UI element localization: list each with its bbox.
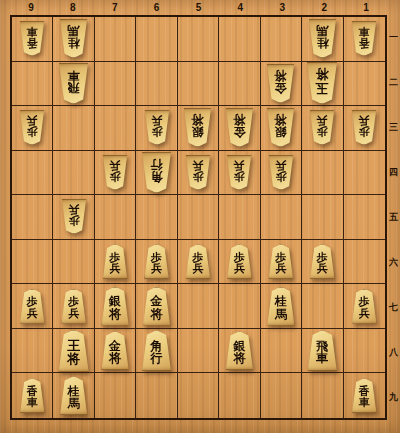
square-63[interactable]: 歩兵 <box>136 106 177 151</box>
square-12[interactable] <box>344 62 385 107</box>
square-23[interactable]: 歩兵 <box>302 106 343 151</box>
rank-label-9: 九 <box>387 375 400 420</box>
shogi-app: 987654321 一二三四五六七八九 香車桂馬桂馬香車飛車金将玉将歩兵歩兵銀将… <box>0 0 400 433</box>
gote-pawn-44[interactable]: 歩兵 <box>219 151 259 195</box>
square-29[interactable] <box>302 373 343 418</box>
koma-face: 歩兵 <box>185 155 211 190</box>
square-35[interactable] <box>261 195 302 240</box>
square-11[interactable]: 香車 <box>344 17 385 62</box>
square-56[interactable]: 歩兵 <box>178 240 219 285</box>
square-88[interactable]: 王将 <box>53 329 94 374</box>
gote-pawn-93[interactable]: 歩兵 <box>12 106 52 150</box>
koma-face: 金将 <box>101 331 130 370</box>
koma-face: 香車 <box>19 21 45 56</box>
square-57[interactable] <box>178 284 219 329</box>
koma-face: 歩兵 <box>309 110 335 145</box>
square-89[interactable]: 桂馬 <box>53 373 94 418</box>
square-77[interactable]: 銀将 <box>95 284 136 329</box>
square-59[interactable] <box>178 373 219 418</box>
gote-knight-81[interactable]: 桂馬 <box>53 17 93 61</box>
square-72[interactable] <box>95 62 136 107</box>
koma-face: 歩兵 <box>185 244 211 279</box>
koma-face: 歩兵 <box>351 289 377 324</box>
gote-pawn-23[interactable]: 歩兵 <box>302 106 342 150</box>
square-79[interactable] <box>95 373 136 418</box>
gote-king-22[interactable]: 玉将 <box>302 62 342 106</box>
koma-face: 香車 <box>351 378 377 413</box>
square-65[interactable] <box>136 195 177 240</box>
square-58[interactable] <box>178 329 219 374</box>
square-98[interactable] <box>12 329 53 374</box>
koma-face: 歩兵 <box>102 244 128 279</box>
gote-knight-21[interactable]: 桂馬 <box>302 17 342 61</box>
file-label-9: 9 <box>10 0 52 15</box>
square-52[interactable] <box>178 62 219 107</box>
file-label-8: 8 <box>52 0 94 15</box>
square-62[interactable] <box>136 62 177 107</box>
koma-face: 香車 <box>19 378 45 413</box>
square-43[interactable]: 金将 <box>219 106 260 151</box>
rank-label-4: 四 <box>387 150 400 195</box>
koma-face: 角行 <box>141 330 172 371</box>
file-label-3: 3 <box>261 0 303 15</box>
rank-label-2: 二 <box>387 60 400 105</box>
square-53[interactable]: 銀将 <box>178 106 219 151</box>
rank-label-8: 八 <box>387 330 400 375</box>
koma-face: 香車 <box>351 21 377 56</box>
square-84[interactable] <box>53 151 94 196</box>
file-label-2: 2 <box>303 0 345 15</box>
square-17[interactable]: 歩兵 <box>344 284 385 329</box>
square-34[interactable]: 歩兵 <box>261 151 302 196</box>
sente-pawn-76[interactable]: 歩兵 <box>95 240 135 284</box>
koma-face: 歩兵 <box>351 110 377 145</box>
koma-face: 歩兵 <box>226 244 252 279</box>
koma-face: 飛車 <box>58 63 89 104</box>
square-49[interactable] <box>219 373 260 418</box>
rank-label-3: 三 <box>387 105 400 150</box>
square-19[interactable]: 香車 <box>344 373 385 418</box>
square-92[interactable] <box>12 62 53 107</box>
koma-face: 歩兵 <box>144 110 170 145</box>
koma-face: 金将 <box>142 287 171 326</box>
koma-face: 歩兵 <box>19 289 45 324</box>
gote-lance-91[interactable]: 香車 <box>12 17 52 61</box>
square-87[interactable]: 歩兵 <box>53 284 94 329</box>
rank-label-6: 六 <box>387 240 400 285</box>
square-61[interactable] <box>136 17 177 62</box>
square-67[interactable]: 金将 <box>136 284 177 329</box>
gote-pawn-74[interactable]: 歩兵 <box>95 151 135 195</box>
koma-face: 歩兵 <box>226 155 252 190</box>
square-42[interactable] <box>219 62 260 107</box>
gote-pawn-13[interactable]: 歩兵 <box>344 106 385 150</box>
square-28[interactable]: 飛車 <box>302 329 343 374</box>
koma-face: 飛車 <box>307 330 338 371</box>
koma-face: 金将 <box>225 108 254 147</box>
rank-label-1: 一 <box>387 15 400 60</box>
gote-rook-82[interactable]: 飛車 <box>53 62 93 106</box>
square-81[interactable]: 桂馬 <box>53 17 94 62</box>
koma-face: 桂馬 <box>59 19 88 58</box>
sente-bishop-68[interactable]: 角行 <box>136 329 176 373</box>
square-51[interactable] <box>178 17 219 62</box>
square-94[interactable] <box>12 151 53 196</box>
square-91[interactable]: 香車 <box>12 17 53 62</box>
koma-face: 玉将 <box>306 62 338 104</box>
square-96[interactable] <box>12 240 53 285</box>
square-82[interactable]: 飛車 <box>53 62 94 107</box>
square-38[interactable] <box>261 329 302 374</box>
gote-lance-11[interactable]: 香車 <box>344 17 385 61</box>
square-78[interactable]: 金将 <box>95 329 136 374</box>
square-93[interactable]: 歩兵 <box>12 106 53 151</box>
file-label-4: 4 <box>219 0 261 15</box>
koma-face: 歩兵 <box>102 155 128 190</box>
koma-face: 銀将 <box>183 108 212 147</box>
koma-face: 歩兵 <box>61 289 87 324</box>
square-36[interactable]: 歩兵 <box>261 240 302 285</box>
square-48[interactable]: 銀将 <box>219 329 260 374</box>
sente-silver-77[interactable]: 銀将 <box>95 284 135 328</box>
square-26[interactable]: 歩兵 <box>302 240 343 285</box>
square-73[interactable] <box>95 106 136 151</box>
koma-face: 王将 <box>58 330 90 372</box>
square-14[interactable] <box>344 151 385 196</box>
file-label-6: 6 <box>136 0 178 15</box>
gote-bishop-64[interactable]: 角行 <box>136 151 176 195</box>
sente-pawn-56[interactable]: 歩兵 <box>178 240 218 284</box>
sente-gold-78[interactable]: 金将 <box>95 329 135 373</box>
square-16[interactable] <box>344 240 385 285</box>
square-24[interactable] <box>302 151 343 196</box>
koma-face: 桂馬 <box>308 19 337 58</box>
sente-knight-37[interactable]: 桂馬 <box>261 284 301 328</box>
gote-silver-33[interactable]: 銀将 <box>261 106 301 150</box>
square-41[interactable] <box>219 17 260 62</box>
sente-king-88[interactable]: 王将 <box>53 329 93 373</box>
square-95[interactable] <box>12 195 53 240</box>
gote-pawn-63[interactable]: 歩兵 <box>136 106 176 150</box>
sente-pawn-97[interactable]: 歩兵 <box>12 284 52 328</box>
square-46[interactable]: 歩兵 <box>219 240 260 285</box>
koma-face: 金将 <box>266 64 295 103</box>
sente-pawn-46[interactable]: 歩兵 <box>219 240 259 284</box>
square-54[interactable]: 歩兵 <box>178 151 219 196</box>
koma-face: 銀将 <box>101 287 130 326</box>
square-21[interactable]: 桂馬 <box>302 17 343 62</box>
square-39[interactable] <box>261 373 302 418</box>
gote-pawn-34[interactable]: 歩兵 <box>261 151 301 195</box>
file-labels: 987654321 <box>10 0 387 15</box>
square-37[interactable]: 桂馬 <box>261 284 302 329</box>
square-99[interactable]: 香車 <box>12 373 53 418</box>
square-86[interactable] <box>53 240 94 285</box>
square-47[interactable] <box>219 284 260 329</box>
square-66[interactable]: 歩兵 <box>136 240 177 285</box>
koma-face: 桂馬 <box>266 287 295 326</box>
koma-face: 歩兵 <box>144 244 170 279</box>
file-label-5: 5 <box>178 0 220 15</box>
square-68[interactable]: 角行 <box>136 329 177 374</box>
sente-lance-99[interactable]: 香車 <box>12 373 52 418</box>
gote-silver-53[interactable]: 銀将 <box>178 106 218 150</box>
gote-pawn-85[interactable]: 歩兵 <box>53 195 93 239</box>
sente-gold-67[interactable]: 金将 <box>136 284 176 328</box>
sente-pawn-66[interactable]: 歩兵 <box>136 240 176 284</box>
sente-rook-28[interactable]: 飛車 <box>302 329 342 373</box>
square-97[interactable]: 歩兵 <box>12 284 53 329</box>
gote-pawn-54[interactable]: 歩兵 <box>178 151 218 195</box>
sente-pawn-36[interactable]: 歩兵 <box>261 240 301 284</box>
rank-labels: 一二三四五六七八九 <box>387 15 400 420</box>
square-45[interactable] <box>219 195 260 240</box>
square-22[interactable]: 玉将 <box>302 62 343 107</box>
koma-face: 歩兵 <box>268 244 294 279</box>
koma-face: 角行 <box>141 152 172 193</box>
square-33[interactable]: 銀将 <box>261 106 302 151</box>
square-75[interactable] <box>95 195 136 240</box>
square-71[interactable] <box>95 17 136 62</box>
gote-gold-32[interactable]: 金将 <box>261 62 301 106</box>
koma-face: 銀将 <box>266 108 295 147</box>
board: 香車桂馬桂馬香車飛車金将玉将歩兵歩兵銀将金将銀将歩兵歩兵歩兵角行歩兵歩兵歩兵歩兵… <box>10 15 387 420</box>
square-76[interactable]: 歩兵 <box>95 240 136 285</box>
square-25[interactable] <box>302 195 343 240</box>
square-64[interactable]: 角行 <box>136 151 177 196</box>
square-74[interactable]: 歩兵 <box>95 151 136 196</box>
koma-face: 歩兵 <box>19 110 45 145</box>
rank-label-7: 七 <box>387 285 400 330</box>
gote-gold-43[interactable]: 金将 <box>219 106 259 150</box>
sente-pawn-17[interactable]: 歩兵 <box>344 284 385 328</box>
square-83[interactable] <box>53 106 94 151</box>
koma-face: 歩兵 <box>61 199 87 234</box>
square-44[interactable]: 歩兵 <box>219 151 260 196</box>
sente-pawn-87[interactable]: 歩兵 <box>53 284 93 328</box>
file-label-1: 1 <box>345 0 387 15</box>
square-32[interactable]: 金将 <box>261 62 302 107</box>
sente-lance-19[interactable]: 香車 <box>344 373 385 418</box>
file-label-7: 7 <box>94 0 136 15</box>
koma-face: 歩兵 <box>309 244 335 279</box>
sente-knight-89[interactable]: 桂馬 <box>53 373 93 418</box>
square-85[interactable]: 歩兵 <box>53 195 94 240</box>
square-55[interactable] <box>178 195 219 240</box>
sente-silver-48[interactable]: 銀将 <box>219 329 259 373</box>
square-69[interactable] <box>136 373 177 418</box>
square-15[interactable] <box>344 195 385 240</box>
square-31[interactable] <box>261 17 302 62</box>
sente-pawn-26[interactable]: 歩兵 <box>302 240 342 284</box>
square-13[interactable]: 歩兵 <box>344 106 385 151</box>
rank-label-5: 五 <box>387 195 400 240</box>
square-18[interactable] <box>344 329 385 374</box>
koma-face: 銀将 <box>225 331 254 370</box>
square-27[interactable] <box>302 284 343 329</box>
koma-face: 桂馬 <box>59 376 88 415</box>
koma-face: 歩兵 <box>268 155 294 190</box>
